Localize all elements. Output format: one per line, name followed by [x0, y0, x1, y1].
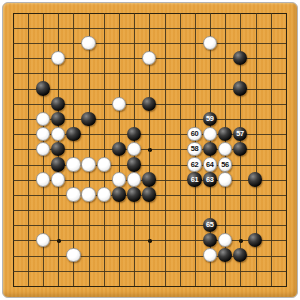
- intersection[interactable]: [20, 172, 35, 187]
- intersection[interactable]: [278, 5, 293, 20]
- intersection[interactable]: [66, 51, 81, 66]
- intersection[interactable]: [233, 5, 248, 20]
- intersection[interactable]: [5, 187, 20, 202]
- intersection[interactable]: [172, 5, 187, 20]
- intersection[interactable]: [248, 51, 263, 66]
- intersection[interactable]: [187, 278, 202, 293]
- intersection[interactable]: [263, 233, 278, 248]
- intersection[interactable]: [81, 36, 96, 51]
- intersection[interactable]: [278, 51, 293, 66]
- intersection[interactable]: [248, 5, 263, 20]
- intersection[interactable]: [142, 36, 157, 51]
- intersection[interactable]: [142, 96, 157, 111]
- intersection[interactable]: [96, 217, 111, 232]
- intersection[interactable]: [51, 66, 66, 81]
- intersection[interactable]: [217, 5, 232, 20]
- intersection[interactable]: [20, 217, 35, 232]
- intersection[interactable]: [202, 5, 217, 20]
- intersection[interactable]: [248, 66, 263, 81]
- intersection[interactable]: [142, 248, 157, 263]
- intersection[interactable]: [51, 96, 66, 111]
- intersection[interactable]: 62: [187, 157, 202, 172]
- intersection[interactable]: [66, 263, 81, 278]
- go-board[interactable]: 59605758626456616365: [2, 2, 298, 298]
- intersection[interactable]: [142, 111, 157, 126]
- intersection[interactable]: [278, 96, 293, 111]
- intersection[interactable]: [36, 263, 51, 278]
- intersection[interactable]: [233, 66, 248, 81]
- intersection[interactable]: [263, 172, 278, 187]
- intersection[interactable]: [36, 81, 51, 96]
- intersection[interactable]: [233, 111, 248, 126]
- intersection[interactable]: [51, 172, 66, 187]
- intersection[interactable]: [172, 20, 187, 35]
- intersection[interactable]: [66, 202, 81, 217]
- intersection[interactable]: [217, 172, 232, 187]
- intersection[interactable]: [263, 278, 278, 293]
- intersection[interactable]: [81, 5, 96, 20]
- intersection[interactable]: [142, 263, 157, 278]
- intersection[interactable]: [142, 202, 157, 217]
- intersection[interactable]: [36, 5, 51, 20]
- intersection[interactable]: [20, 202, 35, 217]
- intersection[interactable]: [126, 5, 141, 20]
- intersection[interactable]: [81, 187, 96, 202]
- intersection[interactable]: [111, 172, 126, 187]
- intersection[interactable]: [248, 157, 263, 172]
- intersection[interactable]: [36, 172, 51, 187]
- intersection[interactable]: [51, 278, 66, 293]
- intersection[interactable]: [157, 20, 172, 35]
- intersection[interactable]: [157, 81, 172, 96]
- intersection[interactable]: [278, 111, 293, 126]
- intersection[interactable]: [20, 278, 35, 293]
- intersection[interactable]: [20, 187, 35, 202]
- intersection[interactable]: 63: [202, 172, 217, 187]
- intersection[interactable]: [111, 217, 126, 232]
- intersection[interactable]: [5, 81, 20, 96]
- intersection[interactable]: [248, 187, 263, 202]
- intersection[interactable]: [187, 66, 202, 81]
- intersection[interactable]: [126, 217, 141, 232]
- intersection[interactable]: [66, 172, 81, 187]
- intersection[interactable]: [187, 81, 202, 96]
- intersection[interactable]: [172, 248, 187, 263]
- intersection[interactable]: [66, 20, 81, 35]
- intersection[interactable]: [36, 20, 51, 35]
- intersection[interactable]: [172, 263, 187, 278]
- intersection[interactable]: [36, 187, 51, 202]
- intersection[interactable]: [278, 187, 293, 202]
- intersection[interactable]: [278, 126, 293, 141]
- intersection[interactable]: [157, 233, 172, 248]
- intersection[interactable]: [81, 51, 96, 66]
- intersection[interactable]: [20, 263, 35, 278]
- intersection[interactable]: [202, 36, 217, 51]
- intersection[interactable]: [278, 81, 293, 96]
- intersection[interactable]: [51, 126, 66, 141]
- intersection[interactable]: [157, 111, 172, 126]
- intersection[interactable]: [233, 187, 248, 202]
- intersection[interactable]: [142, 142, 157, 157]
- intersection[interactable]: [278, 278, 293, 293]
- intersection[interactable]: [172, 187, 187, 202]
- intersection[interactable]: [81, 66, 96, 81]
- intersection[interactable]: [5, 20, 20, 35]
- intersection[interactable]: [142, 278, 157, 293]
- intersection[interactable]: 56: [217, 157, 232, 172]
- intersection[interactable]: [217, 81, 232, 96]
- intersection[interactable]: [263, 96, 278, 111]
- intersection[interactable]: [96, 20, 111, 35]
- intersection[interactable]: [20, 233, 35, 248]
- intersection[interactable]: [96, 81, 111, 96]
- intersection[interactable]: [81, 202, 96, 217]
- intersection[interactable]: [126, 263, 141, 278]
- intersection[interactable]: [248, 81, 263, 96]
- intersection[interactable]: [81, 20, 96, 35]
- intersection[interactable]: [187, 96, 202, 111]
- intersection[interactable]: [5, 5, 20, 20]
- intersection[interactable]: [111, 96, 126, 111]
- intersection[interactable]: [263, 20, 278, 35]
- intersection[interactable]: [263, 66, 278, 81]
- intersection[interactable]: 57: [233, 126, 248, 141]
- intersection[interactable]: [187, 248, 202, 263]
- intersection[interactable]: [51, 111, 66, 126]
- intersection[interactable]: [202, 248, 217, 263]
- intersection[interactable]: [81, 157, 96, 172]
- intersection[interactable]: [36, 248, 51, 263]
- intersection[interactable]: [81, 126, 96, 141]
- intersection[interactable]: [157, 248, 172, 263]
- intersection[interactable]: [263, 263, 278, 278]
- intersection[interactable]: [172, 278, 187, 293]
- intersection[interactable]: [66, 81, 81, 96]
- intersection[interactable]: [157, 126, 172, 141]
- intersection[interactable]: [278, 202, 293, 217]
- intersection[interactable]: [142, 66, 157, 81]
- intersection[interactable]: [96, 233, 111, 248]
- intersection[interactable]: [172, 111, 187, 126]
- intersection[interactable]: [20, 20, 35, 35]
- intersection[interactable]: [263, 248, 278, 263]
- intersection[interactable]: [20, 248, 35, 263]
- intersection[interactable]: [5, 202, 20, 217]
- intersection[interactable]: [142, 20, 157, 35]
- intersection[interactable]: [96, 202, 111, 217]
- intersection[interactable]: [111, 36, 126, 51]
- intersection[interactable]: [5, 157, 20, 172]
- intersection[interactable]: [126, 20, 141, 35]
- intersection[interactable]: [51, 157, 66, 172]
- intersection[interactable]: [20, 36, 35, 51]
- intersection[interactable]: [111, 111, 126, 126]
- intersection[interactable]: [278, 66, 293, 81]
- intersection[interactable]: [126, 126, 141, 141]
- intersection[interactable]: [187, 111, 202, 126]
- intersection[interactable]: [81, 263, 96, 278]
- intersection[interactable]: [233, 81, 248, 96]
- intersection[interactable]: [187, 187, 202, 202]
- intersection[interactable]: [157, 157, 172, 172]
- intersection[interactable]: [111, 20, 126, 35]
- intersection[interactable]: [263, 111, 278, 126]
- intersection[interactable]: [36, 142, 51, 157]
- intersection[interactable]: [233, 248, 248, 263]
- intersection[interactable]: [187, 202, 202, 217]
- intersection[interactable]: [126, 142, 141, 157]
- intersection[interactable]: [111, 66, 126, 81]
- intersection[interactable]: [126, 202, 141, 217]
- intersection[interactable]: [96, 111, 111, 126]
- intersection[interactable]: [66, 111, 81, 126]
- intersection[interactable]: [248, 96, 263, 111]
- intersection[interactable]: [278, 263, 293, 278]
- intersection[interactable]: [20, 66, 35, 81]
- intersection[interactable]: [278, 20, 293, 35]
- intersection[interactable]: [96, 172, 111, 187]
- intersection[interactable]: [172, 96, 187, 111]
- intersection[interactable]: [111, 187, 126, 202]
- intersection[interactable]: [66, 126, 81, 141]
- intersection[interactable]: [172, 81, 187, 96]
- intersection[interactable]: [81, 142, 96, 157]
- intersection[interactable]: [248, 217, 263, 232]
- intersection[interactable]: [126, 111, 141, 126]
- intersection[interactable]: [217, 187, 232, 202]
- intersection[interactable]: [172, 217, 187, 232]
- intersection[interactable]: [263, 36, 278, 51]
- intersection[interactable]: [126, 66, 141, 81]
- intersection[interactable]: [157, 278, 172, 293]
- intersection[interactable]: [217, 142, 232, 157]
- intersection[interactable]: [263, 157, 278, 172]
- intersection[interactable]: [51, 51, 66, 66]
- intersection[interactable]: [263, 81, 278, 96]
- intersection[interactable]: [5, 248, 20, 263]
- intersection[interactable]: [157, 217, 172, 232]
- intersection[interactable]: [233, 157, 248, 172]
- intersection[interactable]: [217, 36, 232, 51]
- intersection[interactable]: [278, 217, 293, 232]
- intersection[interactable]: [66, 278, 81, 293]
- intersection[interactable]: [81, 81, 96, 96]
- intersection[interactable]: [96, 51, 111, 66]
- intersection[interactable]: [142, 81, 157, 96]
- intersection[interactable]: [187, 5, 202, 20]
- intersection[interactable]: [126, 157, 141, 172]
- intersection[interactable]: [248, 248, 263, 263]
- intersection[interactable]: [36, 233, 51, 248]
- intersection[interactable]: [66, 36, 81, 51]
- intersection[interactable]: [248, 278, 263, 293]
- intersection[interactable]: [217, 96, 232, 111]
- intersection[interactable]: [248, 126, 263, 141]
- intersection[interactable]: [96, 157, 111, 172]
- intersection[interactable]: [233, 202, 248, 217]
- intersection[interactable]: [187, 51, 202, 66]
- intersection[interactable]: [142, 157, 157, 172]
- intersection[interactable]: [278, 36, 293, 51]
- intersection[interactable]: [20, 81, 35, 96]
- intersection[interactable]: [157, 51, 172, 66]
- intersection[interactable]: [51, 5, 66, 20]
- intersection[interactable]: [96, 248, 111, 263]
- intersection[interactable]: [263, 217, 278, 232]
- intersection[interactable]: [126, 81, 141, 96]
- intersection[interactable]: [172, 51, 187, 66]
- intersection[interactable]: [248, 36, 263, 51]
- intersection[interactable]: [157, 5, 172, 20]
- intersection[interactable]: [233, 263, 248, 278]
- intersection[interactable]: [202, 51, 217, 66]
- intersection[interactable]: [157, 202, 172, 217]
- intersection[interactable]: [5, 51, 20, 66]
- intersection[interactable]: [36, 126, 51, 141]
- intersection[interactable]: [66, 66, 81, 81]
- intersection[interactable]: [111, 157, 126, 172]
- intersection[interactable]: [157, 172, 172, 187]
- intersection[interactable]: [157, 96, 172, 111]
- intersection[interactable]: [263, 126, 278, 141]
- intersection[interactable]: [248, 202, 263, 217]
- intersection[interactable]: [36, 157, 51, 172]
- intersection[interactable]: [36, 202, 51, 217]
- intersection[interactable]: [81, 217, 96, 232]
- intersection[interactable]: [36, 111, 51, 126]
- intersection[interactable]: [157, 36, 172, 51]
- intersection[interactable]: [263, 51, 278, 66]
- intersection[interactable]: [20, 5, 35, 20]
- intersection[interactable]: [126, 248, 141, 263]
- intersection[interactable]: [20, 96, 35, 111]
- intersection[interactable]: [187, 217, 202, 232]
- intersection[interactable]: [187, 36, 202, 51]
- intersection[interactable]: [248, 233, 263, 248]
- intersection[interactable]: [66, 142, 81, 157]
- intersection[interactable]: [142, 187, 157, 202]
- intersection[interactable]: [5, 36, 20, 51]
- intersection[interactable]: [217, 20, 232, 35]
- intersection[interactable]: [5, 96, 20, 111]
- intersection[interactable]: [66, 233, 81, 248]
- intersection[interactable]: [111, 202, 126, 217]
- intersection[interactable]: [202, 20, 217, 35]
- intersection[interactable]: [96, 263, 111, 278]
- intersection[interactable]: [278, 157, 293, 172]
- intersection[interactable]: [233, 51, 248, 66]
- intersection[interactable]: [111, 142, 126, 157]
- intersection[interactable]: [51, 202, 66, 217]
- intersection[interactable]: [217, 263, 232, 278]
- intersection[interactable]: [172, 142, 187, 157]
- intersection[interactable]: [111, 51, 126, 66]
- intersection[interactable]: [248, 142, 263, 157]
- intersection[interactable]: [96, 142, 111, 157]
- intersection[interactable]: [142, 172, 157, 187]
- intersection[interactable]: [217, 217, 232, 232]
- intersection[interactable]: [36, 217, 51, 232]
- intersection[interactable]: [111, 263, 126, 278]
- intersection[interactable]: [263, 142, 278, 157]
- intersection[interactable]: [81, 248, 96, 263]
- intersection[interactable]: [66, 157, 81, 172]
- intersection[interactable]: [5, 233, 20, 248]
- intersection[interactable]: [217, 66, 232, 81]
- intersection[interactable]: [202, 142, 217, 157]
- intersection[interactable]: [233, 278, 248, 293]
- intersection[interactable]: [66, 187, 81, 202]
- intersection[interactable]: [51, 81, 66, 96]
- intersection[interactable]: [36, 66, 51, 81]
- intersection[interactable]: [126, 278, 141, 293]
- intersection[interactable]: [142, 126, 157, 141]
- intersection[interactable]: [172, 172, 187, 187]
- intersection[interactable]: [36, 96, 51, 111]
- intersection[interactable]: [81, 96, 96, 111]
- intersection[interactable]: [217, 51, 232, 66]
- intersection[interactable]: [81, 172, 96, 187]
- intersection[interactable]: [248, 263, 263, 278]
- intersection[interactable]: [217, 248, 232, 263]
- intersection[interactable]: [51, 20, 66, 35]
- intersection[interactable]: [36, 36, 51, 51]
- intersection[interactable]: [96, 5, 111, 20]
- intersection[interactable]: [172, 233, 187, 248]
- intersection[interactable]: [202, 233, 217, 248]
- intersection[interactable]: [81, 233, 96, 248]
- intersection[interactable]: [142, 5, 157, 20]
- intersection[interactable]: 58: [187, 142, 202, 157]
- intersection[interactable]: [5, 172, 20, 187]
- intersection[interactable]: 64: [202, 157, 217, 172]
- intersection[interactable]: [142, 233, 157, 248]
- intersection[interactable]: [126, 187, 141, 202]
- intersection[interactable]: [278, 142, 293, 157]
- intersection[interactable]: [111, 248, 126, 263]
- intersection[interactable]: [157, 263, 172, 278]
- intersection[interactable]: [5, 126, 20, 141]
- intersection[interactable]: [233, 36, 248, 51]
- intersection[interactable]: [278, 248, 293, 263]
- intersection[interactable]: 59: [202, 111, 217, 126]
- intersection[interactable]: [51, 263, 66, 278]
- intersection[interactable]: [81, 278, 96, 293]
- intersection[interactable]: [263, 202, 278, 217]
- intersection[interactable]: [217, 126, 232, 141]
- intersection[interactable]: [217, 278, 232, 293]
- intersection[interactable]: [172, 36, 187, 51]
- intersection[interactable]: [248, 111, 263, 126]
- intersection[interactable]: [51, 248, 66, 263]
- intersection[interactable]: [126, 172, 141, 187]
- intersection[interactable]: [263, 5, 278, 20]
- intersection[interactable]: [96, 126, 111, 141]
- intersection[interactable]: [5, 66, 20, 81]
- intersection[interactable]: [263, 187, 278, 202]
- intersection[interactable]: [233, 217, 248, 232]
- intersection[interactable]: [248, 20, 263, 35]
- intersection[interactable]: [96, 278, 111, 293]
- intersection[interactable]: [187, 263, 202, 278]
- intersection[interactable]: [96, 36, 111, 51]
- intersection[interactable]: [66, 248, 81, 263]
- intersection[interactable]: [187, 233, 202, 248]
- intersection[interactable]: [202, 202, 217, 217]
- intersection[interactable]: [278, 233, 293, 248]
- intersection[interactable]: [20, 157, 35, 172]
